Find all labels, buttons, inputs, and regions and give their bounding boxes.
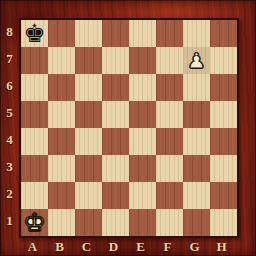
white-king[interactable]: ♚ xyxy=(23,210,45,235)
square-e2[interactable] xyxy=(129,182,156,209)
square-a8[interactable]: ♚ xyxy=(21,20,48,47)
square-e1[interactable] xyxy=(129,209,156,236)
square-a3[interactable] xyxy=(21,155,48,182)
rank-label-2: 2 xyxy=(2,180,17,207)
square-h2[interactable] xyxy=(210,182,237,209)
square-a2[interactable] xyxy=(21,182,48,209)
square-h3[interactable] xyxy=(210,155,237,182)
square-d2[interactable] xyxy=(102,182,129,209)
square-g8[interactable] xyxy=(183,20,210,47)
square-f8[interactable] xyxy=(156,20,183,47)
square-d3[interactable] xyxy=(102,155,129,182)
square-c4[interactable] xyxy=(75,128,102,155)
square-e5[interactable] xyxy=(129,101,156,128)
square-e4[interactable] xyxy=(129,128,156,155)
square-e3[interactable] xyxy=(129,155,156,182)
square-d1[interactable] xyxy=(102,209,129,236)
square-f6[interactable] xyxy=(156,74,183,101)
square-g6[interactable] xyxy=(183,74,210,101)
square-h6[interactable] xyxy=(210,74,237,101)
square-f2[interactable] xyxy=(156,182,183,209)
square-b2[interactable] xyxy=(48,182,75,209)
square-g7[interactable]: ♟ xyxy=(183,47,210,74)
square-b4[interactable] xyxy=(48,128,75,155)
square-g3[interactable] xyxy=(183,155,210,182)
file-label-c: C xyxy=(73,239,100,254)
square-g2[interactable] xyxy=(183,182,210,209)
square-f1[interactable] xyxy=(156,209,183,236)
rank-label-7: 7 xyxy=(2,45,17,72)
square-c5[interactable] xyxy=(75,101,102,128)
square-e8[interactable] xyxy=(129,20,156,47)
square-d5[interactable] xyxy=(102,101,129,128)
square-f7[interactable] xyxy=(156,47,183,74)
file-label-a: A xyxy=(19,239,46,254)
square-b3[interactable] xyxy=(48,155,75,182)
square-a7[interactable] xyxy=(21,47,48,74)
square-a6[interactable] xyxy=(21,74,48,101)
square-e7[interactable] xyxy=(129,47,156,74)
square-a1[interactable]: ♚ xyxy=(21,209,48,236)
chess-board: ♚♟♚ xyxy=(19,18,239,238)
square-f3[interactable] xyxy=(156,155,183,182)
square-b1[interactable] xyxy=(48,209,75,236)
black-king[interactable]: ♚ xyxy=(23,21,45,46)
square-b8[interactable] xyxy=(48,20,75,47)
square-f4[interactable] xyxy=(156,128,183,155)
square-h4[interactable] xyxy=(210,128,237,155)
file-label-g: G xyxy=(181,239,208,254)
white-pawn[interactable]: ♟ xyxy=(187,51,206,72)
square-b5[interactable] xyxy=(48,101,75,128)
square-c1[interactable] xyxy=(75,209,102,236)
rank-label-8: 8 xyxy=(2,18,17,45)
square-e6[interactable] xyxy=(129,74,156,101)
square-g5[interactable] xyxy=(183,101,210,128)
square-c6[interactable] xyxy=(75,74,102,101)
rank-label-1: 1 xyxy=(2,207,17,234)
rank-label-4: 4 xyxy=(2,126,17,153)
wood-frame: ♚♟♚ 87654321 ABCDEFGH xyxy=(0,0,256,256)
square-d8[interactable] xyxy=(102,20,129,47)
file-label-d: D xyxy=(100,239,127,254)
square-h5[interactable] xyxy=(210,101,237,128)
square-g1[interactable] xyxy=(183,209,210,236)
square-c3[interactable] xyxy=(75,155,102,182)
square-h8[interactable] xyxy=(210,20,237,47)
square-h1[interactable] xyxy=(210,209,237,236)
square-a4[interactable] xyxy=(21,128,48,155)
square-d6[interactable] xyxy=(102,74,129,101)
file-label-f: F xyxy=(154,239,181,254)
square-d7[interactable] xyxy=(102,47,129,74)
square-c2[interactable] xyxy=(75,182,102,209)
square-b7[interactable] xyxy=(48,47,75,74)
file-label-e: E xyxy=(127,239,154,254)
square-a5[interactable] xyxy=(21,101,48,128)
rank-label-3: 3 xyxy=(2,153,17,180)
rank-label-6: 6 xyxy=(2,72,17,99)
square-g4[interactable] xyxy=(183,128,210,155)
square-h7[interactable] xyxy=(210,47,237,74)
rank-label-5: 5 xyxy=(2,99,17,126)
square-d4[interactable] xyxy=(102,128,129,155)
file-label-b: B xyxy=(46,239,73,254)
file-label-h: H xyxy=(208,239,235,254)
square-c8[interactable] xyxy=(75,20,102,47)
square-f5[interactable] xyxy=(156,101,183,128)
square-b6[interactable] xyxy=(48,74,75,101)
square-c7[interactable] xyxy=(75,47,102,74)
